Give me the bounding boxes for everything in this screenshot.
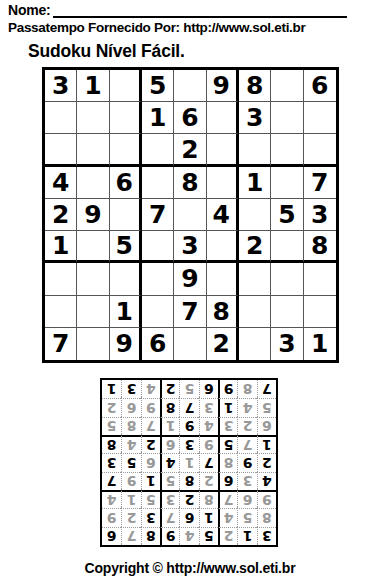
solution-cell-r3c5: 2 bbox=[179, 490, 198, 508]
solution-cell-r8c9: 2 bbox=[102, 398, 121, 416]
solution-cell-r1c8: 7 bbox=[121, 527, 140, 545]
sudoku-cell-r9c2[interactable] bbox=[77, 328, 109, 360]
provided-by-text: Passatempo Fornecido Por: http://www.sol… bbox=[8, 20, 305, 35]
sudoku-cell-r1c3[interactable] bbox=[110, 70, 142, 102]
solution-cell-r2c9: 9 bbox=[102, 508, 121, 526]
solution-cell-r1c3: 2 bbox=[218, 527, 237, 545]
sudoku-cell-r8c2[interactable] bbox=[77, 296, 109, 328]
sudoku-cell-r3c1[interactable] bbox=[45, 134, 77, 166]
name-label: Nome: bbox=[8, 2, 51, 18]
solution-cell-r1c5: 4 bbox=[179, 527, 198, 545]
sudoku-cell-r4c1: 4 bbox=[45, 167, 77, 199]
solution-cell-r9c2: 8 bbox=[237, 380, 256, 398]
solution-cell-r6c4: 9 bbox=[199, 435, 218, 453]
solution-cell-r4c4: 2 bbox=[199, 472, 218, 490]
sudoku-cell-r4c2[interactable] bbox=[77, 167, 109, 199]
sudoku-cell-r6c8[interactable] bbox=[271, 231, 303, 263]
sudoku-cell-r7c5: 9 bbox=[174, 263, 206, 295]
solution-cell-r5c7: 6 bbox=[141, 453, 160, 471]
solution-cell-r9c4: 6 bbox=[199, 380, 218, 398]
solution-cell-r3c4: 8 bbox=[199, 490, 218, 508]
sudoku-cell-r6c6[interactable] bbox=[207, 231, 239, 263]
solution-cell-r4c7: 1 bbox=[141, 472, 160, 490]
sudoku-cell-r5c8: 5 bbox=[271, 199, 303, 231]
sudoku-cell-r3c2[interactable] bbox=[77, 134, 109, 166]
sudoku-cell-r8c6: 8 bbox=[207, 296, 239, 328]
sudoku-cell-r5c6: 4 bbox=[207, 199, 239, 231]
sudoku-cell-r4c3: 6 bbox=[110, 167, 142, 199]
sudoku-cell-r2c6[interactable] bbox=[207, 102, 239, 134]
solution-cell-r7c6: 1 bbox=[160, 417, 179, 435]
sudoku-cell-r5c2: 9 bbox=[77, 199, 109, 231]
sudoku-cell-r3c4[interactable] bbox=[142, 134, 174, 166]
solution-cell-r9c9: 1 bbox=[102, 380, 121, 398]
solution-cell-r4c5: 8 bbox=[179, 472, 198, 490]
sudoku-cell-r4c8[interactable] bbox=[271, 167, 303, 199]
sudoku-cell-r1c1: 3 bbox=[45, 70, 77, 102]
solution-cell-r1c4: 5 bbox=[199, 527, 218, 545]
sudoku-cell-r9c4: 6 bbox=[142, 328, 174, 360]
solution-cell-r7c7: 7 bbox=[141, 417, 160, 435]
sudoku-cell-r2c2[interactable] bbox=[77, 102, 109, 134]
sudoku-cell-r4c5: 8 bbox=[174, 167, 206, 199]
sudoku-cell-r6c5: 3 bbox=[174, 231, 206, 263]
sudoku-worksheet-page: Nome: Passatempo Fornecido Por: http://w… bbox=[0, 0, 380, 585]
solution-cell-r7c5: 9 bbox=[179, 417, 198, 435]
solution-cell-r5c4: 7 bbox=[199, 453, 218, 471]
sudoku-cell-r9c3: 9 bbox=[110, 328, 142, 360]
sudoku-cell-r6c7: 2 bbox=[239, 231, 271, 263]
solution-cell-r2c1: 8 bbox=[257, 508, 276, 526]
solution-cell-r8c5: 7 bbox=[179, 398, 198, 416]
solution-cell-r6c3: 5 bbox=[218, 435, 237, 453]
solution-cell-r9c1: 7 bbox=[257, 380, 276, 398]
sudoku-cell-r4c9: 7 bbox=[304, 167, 336, 199]
sudoku-cell-r7c2[interactable] bbox=[77, 263, 109, 295]
solution-cell-r8c7: 9 bbox=[141, 398, 160, 416]
sudoku-cell-r9c5[interactable] bbox=[174, 328, 206, 360]
sudoku-cell-r2c3[interactable] bbox=[110, 102, 142, 134]
solution-cell-r4c1: 4 bbox=[257, 472, 276, 490]
sudoku-cell-r8c3: 1 bbox=[110, 296, 142, 328]
solution-cell-r7c4: 4 bbox=[199, 417, 218, 435]
solution-cell-r5c1: 2 bbox=[257, 453, 276, 471]
sudoku-cell-r7c9[interactable] bbox=[304, 263, 336, 295]
solution-cell-r8c2: 4 bbox=[237, 398, 256, 416]
sudoku-cell-r2c9[interactable] bbox=[304, 102, 336, 134]
solution-cell-r2c6: 7 bbox=[160, 508, 179, 526]
name-row: Nome: bbox=[8, 2, 347, 18]
solution-cell-r9c7: 4 bbox=[141, 380, 160, 398]
sudoku-cell-r5c4: 7 bbox=[142, 199, 174, 231]
page-title: Sudoku Nível Fácil. bbox=[28, 41, 185, 62]
solution-cell-r3c1: 9 bbox=[257, 490, 276, 508]
solution-cell-r3c2: 6 bbox=[237, 490, 256, 508]
sudoku-solution-board-rotated: 3125498768541673299678235144362851972987… bbox=[100, 378, 278, 547]
solution-cell-r4c2: 3 bbox=[237, 472, 256, 490]
solution-cell-r5c8: 5 bbox=[121, 453, 140, 471]
sudoku-cell-r8c7[interactable] bbox=[239, 296, 271, 328]
solution-cell-r8c4: 3 bbox=[199, 398, 218, 416]
sudoku-cell-r5c9: 3 bbox=[304, 199, 336, 231]
sudoku-cell-r6c2[interactable] bbox=[77, 231, 109, 263]
solution-cell-r6c8: 4 bbox=[121, 435, 140, 453]
solution-cell-r4c8: 9 bbox=[121, 472, 140, 490]
sudoku-cell-r2c7: 3 bbox=[239, 102, 271, 134]
solution-cell-r3c8: 1 bbox=[121, 490, 140, 508]
solution-cell-r1c7: 8 bbox=[141, 527, 160, 545]
solution-cell-r3c7: 5 bbox=[141, 490, 160, 508]
sudoku-cell-r7c8[interactable] bbox=[271, 263, 303, 295]
solution-cell-r8c3: 1 bbox=[218, 398, 237, 416]
sudoku-cell-r1c7: 8 bbox=[239, 70, 271, 102]
sudoku-cell-r9c6: 2 bbox=[207, 328, 239, 360]
sudoku-cell-r3c3[interactable] bbox=[110, 134, 142, 166]
solution-cell-r1c9: 6 bbox=[102, 527, 121, 545]
solution-cell-r7c8: 8 bbox=[121, 417, 140, 435]
sudoku-cell-r3c7[interactable] bbox=[239, 134, 271, 166]
solution-cell-r7c2: 2 bbox=[237, 417, 256, 435]
sudoku-cell-r8c1[interactable] bbox=[45, 296, 77, 328]
solution-cell-r1c6: 9 bbox=[160, 527, 179, 545]
sudoku-cell-r3c8[interactable] bbox=[271, 134, 303, 166]
solution-cell-r3c6: 3 bbox=[160, 490, 179, 508]
sudoku-cell-r6c1: 1 bbox=[45, 231, 77, 263]
sudoku-cell-r1c6: 9 bbox=[207, 70, 239, 102]
solution-cell-r1c2: 1 bbox=[237, 527, 256, 545]
solution-cell-r6c1: 1 bbox=[257, 435, 276, 453]
solution-cell-r4c9: 7 bbox=[102, 472, 121, 490]
sudoku-cell-r1c4: 5 bbox=[142, 70, 174, 102]
sudoku-cell-r2c8[interactable] bbox=[271, 102, 303, 134]
sudoku-cell-r7c3[interactable] bbox=[110, 263, 142, 295]
sudoku-cell-r7c6[interactable] bbox=[207, 263, 239, 295]
solution-cell-r5c2: 9 bbox=[237, 453, 256, 471]
solution-cell-r4c3: 6 bbox=[218, 472, 237, 490]
solution-cell-r3c9: 4 bbox=[102, 490, 121, 508]
solution-cell-r2c2: 5 bbox=[237, 508, 256, 526]
solution-cell-r9c3: 9 bbox=[218, 380, 237, 398]
solution-cell-r7c9: 5 bbox=[102, 417, 121, 435]
solution-cell-r8c6: 8 bbox=[160, 398, 179, 416]
sudoku-cell-r9c7[interactable] bbox=[239, 328, 271, 360]
solution-cell-r9c6: 2 bbox=[160, 380, 179, 398]
sudoku-cell-r5c5[interactable] bbox=[174, 199, 206, 231]
solution-cell-r3c3: 7 bbox=[218, 490, 237, 508]
solution-cell-r7c3: 3 bbox=[218, 417, 237, 435]
solution-cell-r2c3: 4 bbox=[218, 508, 237, 526]
sudoku-cell-r5c1: 2 bbox=[45, 199, 77, 231]
sudoku-cell-r4c4[interactable] bbox=[142, 167, 174, 199]
sudoku-board: 315986163246817297453153289178796231 bbox=[42, 67, 339, 363]
sudoku-cell-r3c9[interactable] bbox=[304, 134, 336, 166]
solution-cell-r8c8: 6 bbox=[121, 398, 140, 416]
solution-cell-r2c8: 2 bbox=[121, 508, 140, 526]
sudoku-cell-r8c4[interactable] bbox=[142, 296, 174, 328]
solution-cell-r5c3: 8 bbox=[218, 453, 237, 471]
sudoku-cell-r7c4[interactable] bbox=[142, 263, 174, 295]
sudoku-cell-r8c5: 7 bbox=[174, 296, 206, 328]
solution-cell-r6c9: 8 bbox=[102, 435, 121, 453]
solution-cell-r9c5: 5 bbox=[179, 380, 198, 398]
sudoku-cell-r1c5[interactable] bbox=[174, 70, 206, 102]
solution-cell-r7c1: 6 bbox=[257, 417, 276, 435]
sudoku-cell-r8c8[interactable] bbox=[271, 296, 303, 328]
solution-cell-r2c5: 6 bbox=[179, 508, 198, 526]
sudoku-cell-r9c8: 3 bbox=[271, 328, 303, 360]
sudoku-cell-r4c7: 1 bbox=[239, 167, 271, 199]
sudoku-cell-r9c9: 1 bbox=[304, 328, 336, 360]
sudoku-cell-r6c3: 5 bbox=[110, 231, 142, 263]
name-write-line bbox=[53, 3, 347, 18]
solution-cell-r2c7: 3 bbox=[141, 508, 160, 526]
solution-cell-r8c1: 5 bbox=[257, 398, 276, 416]
sudoku-cell-r8c9[interactable] bbox=[304, 296, 336, 328]
solution-cell-r5c9: 3 bbox=[102, 453, 121, 471]
solution-cell-r1c1: 3 bbox=[257, 527, 276, 545]
sudoku-cell-r4c6[interactable] bbox=[207, 167, 239, 199]
sudoku-cell-r7c7[interactable] bbox=[239, 263, 271, 295]
copyright-text: Copyright © http://www.sol.eti.br bbox=[0, 560, 380, 576]
sudoku-cell-r6c4[interactable] bbox=[142, 231, 174, 263]
sudoku-cell-r1c2: 1 bbox=[77, 70, 109, 102]
sudoku-cell-r2c4: 1 bbox=[142, 102, 174, 134]
solution-cell-r6c6: 6 bbox=[160, 435, 179, 453]
sudoku-cell-r1c8[interactable] bbox=[271, 70, 303, 102]
solution-cell-r6c2: 7 bbox=[237, 435, 256, 453]
solution-cell-r5c6: 4 bbox=[160, 453, 179, 471]
sudoku-cell-r1c9: 6 bbox=[304, 70, 336, 102]
sudoku-cell-r7c1[interactable] bbox=[45, 263, 77, 295]
sudoku-cell-r9c1: 7 bbox=[45, 328, 77, 360]
sudoku-cell-r6c9: 8 bbox=[304, 231, 336, 263]
solution-cell-r9c8: 3 bbox=[121, 380, 140, 398]
sudoku-cell-r5c7[interactable] bbox=[239, 199, 271, 231]
sudoku-cell-r5c3[interactable] bbox=[110, 199, 142, 231]
solution-cell-r6c5: 3 bbox=[179, 435, 198, 453]
sudoku-cell-r3c5: 2 bbox=[174, 134, 206, 166]
sudoku-cell-r2c1[interactable] bbox=[45, 102, 77, 134]
solution-cell-r5c5: 1 bbox=[179, 453, 198, 471]
solution-cell-r4c6: 5 bbox=[160, 472, 179, 490]
solution-cell-r2c4: 1 bbox=[199, 508, 218, 526]
sudoku-cell-r2c5: 6 bbox=[174, 102, 206, 134]
sudoku-cell-r3c6[interactable] bbox=[207, 134, 239, 166]
solution-cell-r6c7: 2 bbox=[141, 435, 160, 453]
